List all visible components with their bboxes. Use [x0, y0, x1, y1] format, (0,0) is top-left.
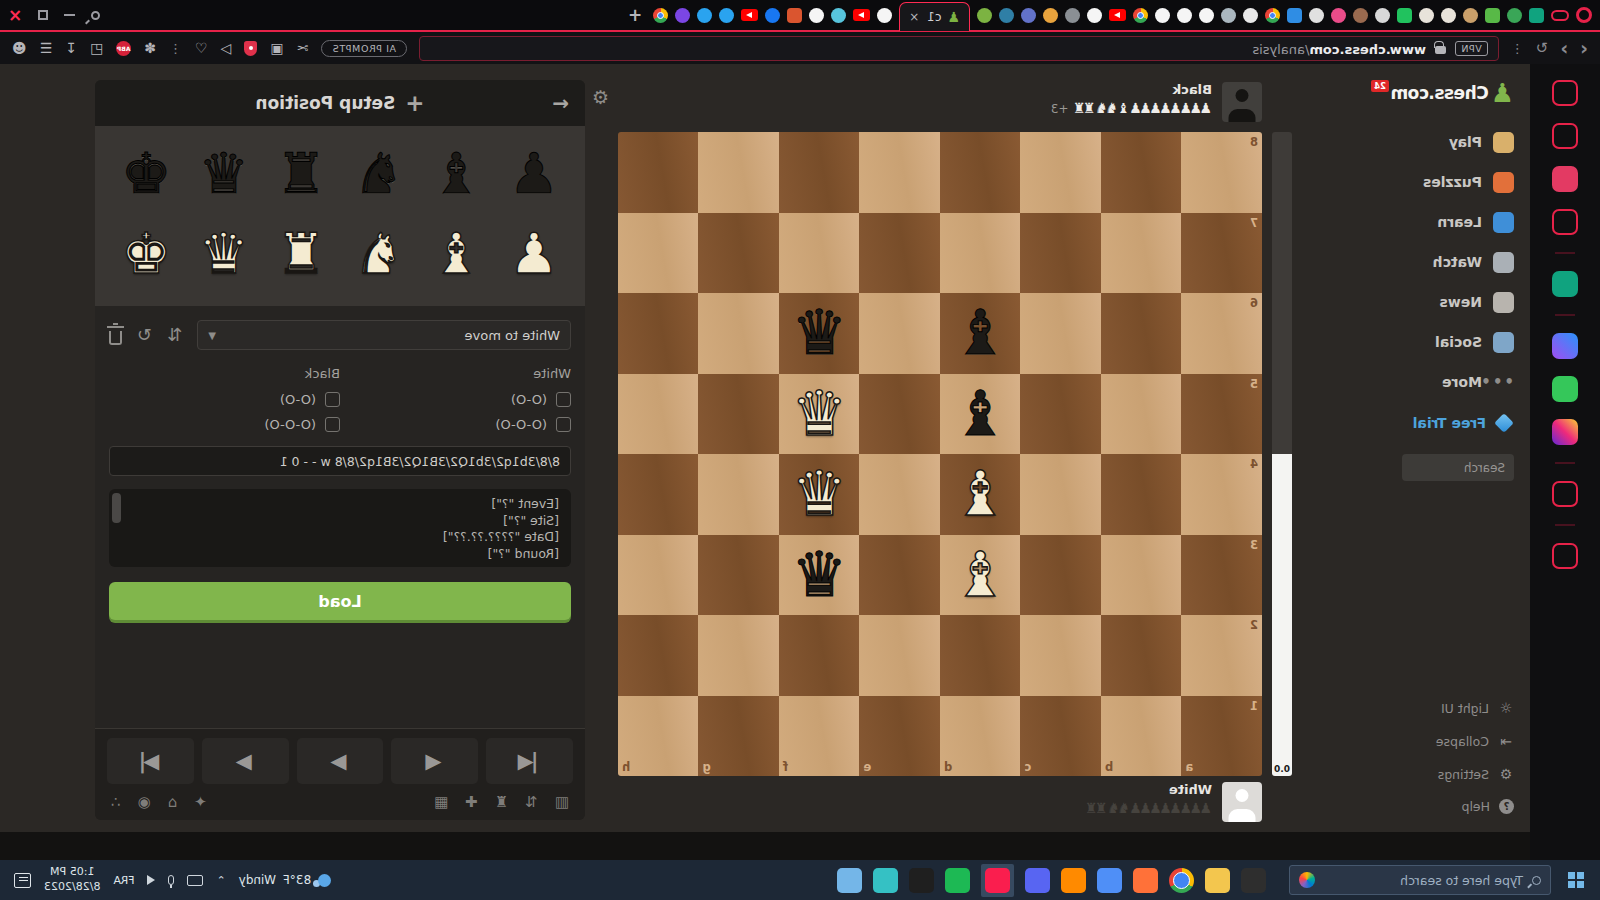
youtube-favicon[interactable] [1109, 9, 1126, 21]
file-label: b [1105, 760, 1113, 774]
fen-input[interactable]: 8/8/3b1q2/3b1Q2/3B1Q2/3B1q2/8/8 w - - 0 … [109, 446, 571, 476]
sun-icon: ☼ [1498, 700, 1514, 716]
pgn-line: [Date "????.??.??"] [129, 529, 559, 546]
palette-black-pawn[interactable]: ♟ [497, 136, 571, 212]
k-blue-favicon[interactable] [697, 8, 712, 23]
file-label: d [944, 760, 952, 774]
square-h6[interactable] [618, 293, 699, 374]
square-d1[interactable]: d [940, 696, 1021, 777]
youtube-favicon[interactable] [853, 9, 870, 21]
square-a1[interactable]: 1a [1182, 696, 1263, 777]
language-indicator[interactable]: FRA [113, 874, 134, 887]
taskbar-app-vlc[interactable] [1061, 868, 1086, 893]
square-f2[interactable] [779, 615, 860, 696]
dribbble-favicon[interactable] [1331, 8, 1346, 23]
rank-label: 2 [1250, 618, 1258, 632]
previous-move-button[interactable]: ◀ [391, 738, 478, 784]
sidebar-item-label: Watch [1433, 254, 1482, 270]
palette-black-king[interactable]: ♚ [109, 136, 183, 212]
explorer-icon[interactable]: ◉ [138, 795, 151, 810]
github-favicon[interactable] [1087, 8, 1102, 23]
avatar-favicon[interactable] [1463, 8, 1478, 23]
black-captured-pieces: ♟♟♟♟♟♟♟♟ ♝ ♞♞ ♜♜+3 [1051, 101, 1212, 115]
game-review-icon[interactable]: ✦ [194, 795, 207, 810]
instagram-icon[interactable] [1552, 419, 1578, 445]
github-favicon[interactable] [877, 8, 892, 23]
pgn-scrollbar[interactable] [112, 493, 121, 523]
taskbar-app-file-explorer[interactable] [837, 868, 862, 893]
page-content: ♟ Chess.com 24 PlayPuzzlesLearnWatchNews… [0, 64, 1530, 860]
square-f5[interactable]: ♛ [779, 374, 860, 455]
player-icon[interactable] [1552, 481, 1578, 507]
palette-white-pawn[interactable]: ♟ [497, 216, 571, 292]
square-h5[interactable] [618, 374, 699, 455]
square-g4[interactable] [699, 454, 780, 535]
search-icon [1532, 876, 1541, 885]
windows-taskbar: Type here to search 83°F Windy ⌃ FRA 1:0… [0, 860, 1600, 900]
speaker-icon[interactable] [147, 875, 155, 885]
square-c2[interactable] [1021, 615, 1102, 696]
black-queenside-checkbox[interactable] [325, 417, 340, 432]
square-b2[interactable] [1101, 615, 1182, 696]
k-blue-favicon[interactable] [719, 8, 734, 23]
chesscom-logo[interactable]: ♟ Chess.com 24 [1375, 80, 1514, 106]
browser-tab-bar: ♟ c1 × + × [0, 0, 1600, 32]
palette-white-knight[interactable]: ♞ [342, 216, 416, 292]
rank-label: 7 [1250, 216, 1258, 230]
download-icon[interactable]: ↧ [65, 41, 77, 55]
square-e6[interactable] [860, 293, 941, 374]
square-h8[interactable] [618, 132, 699, 213]
rank-label: 5 [1250, 377, 1258, 391]
square-c5[interactable] [1021, 374, 1102, 455]
url-field[interactable]: VPN www.chess.com/analysis [419, 36, 1499, 61]
palette-white-bishop[interactable]: ♝ [419, 216, 493, 292]
youtube-favicon[interactable] [741, 9, 758, 21]
white-queen[interactable]: ♛ [779, 374, 860, 455]
first-move-button[interactable]: |◀ [486, 738, 573, 784]
restore-button[interactable] [38, 10, 48, 20]
file-label: a [1186, 760, 1194, 774]
square-e1[interactable]: e [860, 696, 941, 777]
board-editor-icon[interactable]: ▦ [434, 795, 448, 810]
messenger-icon[interactable] [1552, 333, 1578, 359]
logo-badge: 24 [1371, 80, 1389, 92]
sidebar-item-label: Play [1449, 134, 1482, 150]
strip-divider [1555, 314, 1575, 316]
taskbar-app-mail[interactable] [1097, 868, 1122, 893]
pgn-textarea[interactable]: [Event "?"][Site "?"][Date "????.??.??"]… [109, 489, 571, 567]
square-b7[interactable] [1101, 213, 1182, 294]
chrome-favicon[interactable] [1265, 8, 1280, 23]
active-tab[interactable]: ♟ c1 × [899, 2, 970, 31]
square-a4[interactable]: 4 [1182, 454, 1263, 535]
sidebar-item-play[interactable]: Play [1375, 122, 1514, 162]
add-icon[interactable]: ✚ [465, 795, 478, 810]
plus-icon: + [405, 92, 424, 115]
play-pawn-icon [1493, 132, 1514, 153]
green-chart-favicon[interactable] [1397, 8, 1412, 23]
heart-icon[interactable]: ♡ [195, 41, 208, 55]
close-button[interactable]: × [8, 7, 22, 24]
keys-favicon[interactable] [1065, 8, 1080, 23]
square-d7[interactable] [940, 213, 1021, 294]
white-queenside-checkbox[interactable] [556, 417, 571, 432]
taskbar-app-firefox[interactable] [1133, 868, 1158, 893]
send-icon[interactable]: ▷ [220, 41, 231, 55]
m-app-favicon[interactable] [1243, 8, 1258, 23]
castling-white-label: White [340, 366, 571, 381]
turn-select-value: White to move [465, 328, 560, 343]
back-arrow-icon[interactable]: ← [552, 91, 569, 115]
green-t-favicon[interactable] [1485, 8, 1500, 23]
gx-gamepad-icon[interactable] [1551, 10, 1569, 21]
sidebar-item-learn[interactable]: Learn [1375, 202, 1514, 242]
palette-black-knight[interactable]: ♞ [342, 136, 416, 212]
square-f7[interactable] [779, 213, 860, 294]
search-highlights-icon[interactable] [1299, 872, 1315, 888]
square-d3[interactable]: ♝ [940, 535, 1021, 616]
square-b4[interactable] [1101, 454, 1182, 535]
setup-position-panel: ← + Setup Position ♟♝♞♜♛♚ ♟♝♞♜♛♚ White t… [95, 80, 585, 820]
rank-label: 1 [1250, 699, 1258, 713]
puzzle-icon [1493, 172, 1514, 193]
taskbar-app-spotify[interactable] [945, 868, 970, 893]
clock-date: 8/28/2023 [44, 880, 100, 895]
turn-select[interactable]: White to move ▼ [197, 320, 571, 350]
abp-extension-icon[interactable]: ABP [116, 41, 131, 56]
badge-favicon[interactable] [1441, 8, 1456, 23]
square-a5[interactable]: 5 [1182, 374, 1263, 455]
file-label: f [783, 760, 788, 774]
square-c8[interactable] [1021, 132, 1102, 213]
square-f1[interactable]: f [779, 696, 860, 777]
square-f3[interactable]: ♛ [779, 535, 860, 616]
mirrored-screen: ♟ c1 × + × ‹ › ↻ ⋮ VPN www.chess.com/ana… [0, 0, 1600, 900]
sidebar-item-puzzles[interactable]: Puzzles [1375, 162, 1514, 202]
square-d2[interactable] [940, 615, 1021, 696]
chesscom-favicon: ♟ [947, 10, 960, 24]
square-e4[interactable] [860, 454, 941, 535]
search-placeholder: Search [1464, 461, 1505, 475]
white-bishop[interactable]: ♝ [940, 454, 1021, 535]
blue-8-favicon[interactable] [1021, 8, 1036, 23]
play-button[interactable]: ▶ [297, 738, 384, 784]
photos-icon[interactable] [1552, 543, 1578, 569]
badge-favicon[interactable] [1419, 8, 1434, 23]
palette-black-queen[interactable]: ♛ [187, 136, 261, 212]
forward-icon[interactable]: › [1560, 39, 1568, 58]
rank-label: 8 [1250, 135, 1258, 149]
palette-white-rook[interactable]: ♜ [264, 216, 338, 292]
chesscom-pawn-favicon[interactable] [977, 8, 992, 23]
camera-icon[interactable]: ▣ [270, 41, 283, 55]
weather-temp: 83°F [283, 873, 311, 887]
rank-label: 4 [1250, 457, 1258, 471]
white-captured-pieces: ♟♟♟♟♟♟♟♟ ♞♞ ♜♜ [1087, 801, 1212, 815]
taskbar-search-input[interactable]: Type here to search [1289, 865, 1551, 895]
player-black: Black ♟♟♟♟♟♟♟♟ ♝ ♞♞ ♜♜+3 [1051, 82, 1262, 122]
taskbar-app-terminal[interactable] [909, 868, 934, 893]
strip-divider [1555, 252, 1575, 254]
logo-pawn-icon: ♟ [1491, 80, 1514, 106]
square-d6[interactable]: ♝ [940, 293, 1021, 374]
white-queen[interactable]: ♛ [779, 454, 860, 535]
sidebar-search-input[interactable]: Search [1402, 454, 1514, 481]
pgn-line: [Event "?"] [129, 496, 559, 513]
white-player-name: White [1087, 782, 1212, 798]
addr-menu-icon[interactable]: ⋮ [1511, 41, 1524, 56]
black-material-score: +3 [1051, 102, 1069, 116]
notification-icon[interactable] [14, 873, 31, 888]
square-e8[interactable] [860, 132, 941, 213]
taskbar-search-placeholder: Type here to search [1400, 873, 1523, 888]
question-icon: ? [1499, 799, 1514, 814]
infinity-orange-favicon[interactable] [1043, 8, 1058, 23]
last-move-button[interactable]: ▶| [107, 738, 194, 784]
palette-black-rook[interactable]: ♜ [264, 136, 338, 212]
square-g7[interactable] [699, 213, 780, 294]
tab-close-icon[interactable]: × [909, 10, 919, 24]
black-queen[interactable]: ♛ [779, 535, 860, 616]
taskbar-app-chrome[interactable] [1169, 868, 1194, 893]
briefcase-icon[interactable] [1552, 123, 1578, 149]
palette-white-row: ♟♝♞♜♛♚ [105, 214, 575, 294]
chesscom-sidebar: ♟ Chess.com 24 PlayPuzzlesLearnWatchNews… [1375, 64, 1530, 860]
free-trial-label: Free Trial [1413, 415, 1486, 431]
chess-board[interactable]: 876♝♛5♝♛4♝♛3♝♛21abcdefgh [618, 132, 1262, 776]
square-g2[interactable] [699, 615, 780, 696]
square-g3[interactable] [699, 535, 780, 616]
square-g5[interactable] [699, 374, 780, 455]
flower-extension-icon[interactable]: ✽ [144, 41, 156, 55]
trash-icon[interactable] [109, 331, 122, 345]
square-h3[interactable] [618, 535, 699, 616]
globe-favicon[interactable] [1221, 8, 1236, 23]
s-purple-favicon[interactable] [675, 8, 690, 23]
square-a8[interactable]: 8 [1182, 132, 1263, 213]
back-icon[interactable]: ‹ [1580, 39, 1588, 58]
square-f4[interactable]: ♛ [779, 454, 860, 535]
chrome-favicon[interactable] [1133, 8, 1148, 23]
github-favicon[interactable] [1155, 8, 1170, 23]
swap-colors-icon[interactable]: ⇅ [167, 326, 182, 344]
black-avatar[interactable] [1222, 82, 1262, 122]
castling-black-label: Black [109, 366, 340, 381]
white-kingside-checkbox[interactable] [556, 392, 571, 407]
white-bishop[interactable]: ♝ [940, 535, 1021, 616]
square-e5[interactable] [860, 374, 941, 455]
threats-icon[interactable]: ♜ [495, 795, 508, 810]
twitch-icon[interactable] [1552, 166, 1578, 192]
github-favicon[interactable] [809, 8, 824, 23]
hidden-icons-chevron[interactable]: ⌃ [216, 874, 225, 887]
reload-icon[interactable]: ↻ [1536, 39, 1549, 57]
square-b5[interactable] [1101, 374, 1182, 455]
clock-time: 1:05 PM [44, 865, 100, 880]
palette-white-king[interactable]: ♚ [109, 216, 183, 292]
clock-icon[interactable] [1552, 80, 1578, 106]
tab-search-icon[interactable] [91, 11, 100, 20]
square-a6[interactable]: 6 [1182, 293, 1263, 374]
tab-favicons-right [653, 8, 892, 23]
square-f8[interactable] [779, 132, 860, 213]
square-h7[interactable] [618, 213, 699, 294]
github-favicon[interactable] [1177, 8, 1192, 23]
weather-widget[interactable]: 83°F Windy [239, 873, 331, 887]
square-e3[interactable] [860, 535, 941, 616]
square-g1[interactable]: g [699, 696, 780, 777]
load-button[interactable]: Load [109, 582, 571, 620]
square-e7[interactable] [860, 213, 941, 294]
square-d5[interactable]: ♝ [940, 374, 1021, 455]
square-b3[interactable] [1101, 535, 1182, 616]
black-bishop[interactable]: ♝ [940, 374, 1021, 455]
square-c3[interactable] [1021, 535, 1102, 616]
producthunt-favicon[interactable] [787, 8, 802, 23]
taskbar-app-ide[interactable] [1241, 868, 1266, 893]
evaluation-bars-icon[interactable]: ▥ [555, 795, 569, 810]
square-b8[interactable] [1101, 132, 1182, 213]
strip-divider [1555, 524, 1575, 526]
pgn-line: [Site "?"] [129, 513, 559, 530]
sidebar-item-collapse[interactable]: ⇥Collapse [1436, 733, 1514, 749]
whatsapp-icon[interactable] [1552, 376, 1578, 402]
black-kingside-checkbox[interactable] [325, 392, 340, 407]
share-icon[interactable]: ∴ [111, 795, 121, 810]
taskbar-app-folder[interactable] [1205, 868, 1230, 893]
square-g6[interactable] [699, 293, 780, 374]
square-g8[interactable] [699, 132, 780, 213]
palette-black-bishop[interactable]: ♝ [419, 136, 493, 212]
chatgpt-icon[interactable] [1552, 271, 1578, 297]
flip-board-icon[interactable]: ⇅ [525, 795, 538, 810]
browser-side-strip [1530, 64, 1600, 860]
next-move-button[interactable]: ▶ [202, 738, 289, 784]
file-label: e [864, 760, 872, 774]
board-settings-gear-icon[interactable]: ⚙ [592, 86, 609, 108]
black-player-name: Black [1051, 82, 1212, 98]
monkey-favicon[interactable] [1353, 8, 1368, 23]
evaluation-bar: 0.0 [1272, 132, 1292, 776]
sidebar-item-settings[interactable]: ⚙Settings [1436, 766, 1514, 782]
chrome-favicon[interactable] [653, 8, 668, 23]
system-tray: 83°F Windy ⌃ FRA 1:05 PM 8/28/2023 [8, 865, 331, 895]
setup-panel-title: Setup Position [255, 93, 395, 113]
page-bottom-strip [0, 832, 1530, 860]
new-tab-button[interactable]: + [628, 5, 642, 25]
square-a3[interactable]: 3 [1182, 535, 1263, 616]
evaluation-value: 0.0 [1272, 764, 1292, 774]
start-button[interactable] [1568, 872, 1584, 888]
display-icon[interactable] [187, 875, 203, 886]
square-h1[interactable]: h [618, 696, 699, 777]
chatgpt-favicon[interactable] [1529, 8, 1544, 23]
evaluation-bar-white [1272, 454, 1292, 776]
sidebar-item-help[interactable]: ?Help [1436, 799, 1514, 814]
openings-icon[interactable]: ⌂ [168, 795, 178, 810]
square-d8[interactable] [940, 132, 1021, 213]
disc-favicon[interactable] [1309, 8, 1324, 23]
sidebar-item-label: Social [1435, 334, 1482, 350]
active-app-highlight[interactable] [981, 864, 1014, 897]
black-bishop[interactable]: ♝ [940, 293, 1021, 374]
snapshot-icon[interactable]: ✂ [296, 41, 308, 55]
square-c1[interactable]: c [1021, 696, 1102, 777]
rank-label: 6 [1250, 296, 1258, 310]
square-f6[interactable]: ♛ [779, 293, 860, 374]
react-favicon[interactable] [831, 8, 846, 23]
microphone-icon[interactable] [168, 875, 174, 885]
taskbar-app-opera-gx[interactable] [985, 868, 1010, 893]
sidebar-item-free-trial[interactable]: Free Trial [1375, 402, 1514, 444]
chevron-down-icon: ▼ [208, 330, 216, 341]
square-b6[interactable] [1101, 293, 1182, 374]
sidebar-item-more[interactable]: •••More [1375, 362, 1514, 402]
github-favicon[interactable] [1199, 8, 1214, 23]
sidebar-item-label: Puzzles [1423, 174, 1482, 190]
square-a2[interactable]: 2 [1182, 615, 1263, 696]
collapse-icon: ⇥ [1498, 733, 1514, 749]
sidebar-item-label: Learn [1437, 214, 1482, 230]
box-extension-icon[interactable]: ◰ [90, 41, 103, 55]
url-host: www.chess.com [1309, 42, 1426, 57]
square-h2[interactable] [618, 615, 699, 696]
adblock-shield-icon[interactable] [244, 41, 257, 56]
weather-icon [318, 874, 331, 887]
taskbar-app-discord[interactable] [1025, 868, 1050, 893]
tab-favicons-left [977, 8, 1544, 23]
profile-icon[interactable]: ☻ [12, 41, 27, 55]
reset-icon[interactable]: ↻ [137, 326, 152, 344]
sidebar-item-social[interactable]: Social [1375, 322, 1514, 362]
paren-a-favicon[interactable] [1375, 8, 1390, 23]
sidebar-footer: ☼Light UI ⇥Collapse ⚙Settings ?Help [1436, 700, 1514, 814]
vpn-badge[interactable]: VPN [1455, 41, 1488, 56]
clock[interactable]: 1:05 PM 8/28/2023 [44, 865, 100, 895]
strip-divider [1555, 462, 1575, 464]
square-a7[interactable]: 7 [1182, 213, 1263, 294]
taskbar-app-edge[interactable] [873, 868, 898, 893]
ai-prompts-button[interactable]: AI PROMPTS [321, 40, 407, 57]
logo-text: Chess.com [1391, 83, 1489, 103]
sliders-icon[interactable]: ☰ [40, 41, 53, 55]
palette-white-queen[interactable]: ♛ [187, 216, 261, 292]
square-b1[interactable]: b [1101, 696, 1182, 777]
facebook-favicon[interactable] [765, 8, 780, 23]
minimize-button[interactable] [64, 14, 75, 16]
square-d4[interactable]: ♝ [940, 454, 1021, 535]
sidebar-item-watch[interactable]: Watch [1375, 242, 1514, 282]
palette-black-row: ♟♝♞♜♛♚ [105, 134, 575, 214]
square-c4[interactable] [1021, 454, 1102, 535]
opera-logo-icon[interactable] [1576, 7, 1592, 23]
square-c7[interactable] [1021, 213, 1102, 294]
white-avatar[interactable] [1222, 782, 1262, 822]
piece-palette: ♟♝♞♜♛♚ ♟♝♞♜♛♚ [95, 126, 585, 306]
square-e2[interactable] [860, 615, 941, 696]
wordpress-favicon[interactable] [999, 8, 1014, 23]
black-queen[interactable]: ♛ [779, 293, 860, 374]
blue-play-favicon[interactable] [1287, 8, 1302, 23]
square-c6[interactable] [1021, 293, 1102, 374]
sidebar-item-light-ui[interactable]: ☼Light UI [1436, 700, 1514, 716]
gear-icon: ⚙ [1498, 766, 1514, 782]
green-bird-favicon[interactable] [1507, 8, 1522, 23]
cpu-icon[interactable] [1552, 209, 1578, 235]
sidebar-item-news[interactable]: News [1375, 282, 1514, 322]
square-h4[interactable] [618, 454, 699, 535]
